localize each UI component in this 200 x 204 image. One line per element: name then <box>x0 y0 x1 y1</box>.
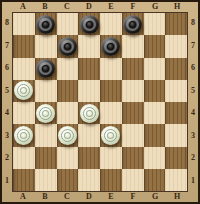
square-c8[interactable] <box>57 13 79 35</box>
corner-spacer <box>188 192 198 202</box>
square-c4[interactable] <box>57 102 79 124</box>
square-c1[interactable] <box>57 169 79 191</box>
file-label-f: F <box>122 192 144 202</box>
square-g7[interactable] <box>144 35 166 57</box>
square-d4[interactable] <box>78 102 100 124</box>
square-h4[interactable] <box>165 102 187 124</box>
rank-label-7: 7 <box>188 35 198 58</box>
square-g3[interactable] <box>144 124 166 146</box>
rank-labels-left: 87654321 <box>2 12 12 192</box>
board-middle: 87654321 87654321 <box>2 12 198 192</box>
square-f6[interactable] <box>122 58 144 80</box>
square-c7[interactable] <box>57 35 79 57</box>
square-b7[interactable] <box>35 35 57 57</box>
square-d8[interactable] <box>78 13 100 35</box>
white-man-piece[interactable] <box>101 126 120 145</box>
square-e5[interactable] <box>100 80 122 102</box>
square-h6[interactable] <box>165 58 187 80</box>
square-d3[interactable] <box>78 124 100 146</box>
square-h7[interactable] <box>165 35 187 57</box>
square-e3[interactable] <box>100 124 122 146</box>
square-d6[interactable] <box>78 58 100 80</box>
square-a2[interactable] <box>13 147 35 169</box>
corner-spacer <box>188 2 198 12</box>
square-g8[interactable] <box>144 13 166 35</box>
square-e7[interactable] <box>100 35 122 57</box>
rank-label-1: 1 <box>188 170 198 193</box>
rank-label-6: 6 <box>2 57 12 80</box>
square-g6[interactable] <box>144 58 166 80</box>
square-a8[interactable] <box>13 13 35 35</box>
square-b3[interactable] <box>35 124 57 146</box>
rank-label-2: 2 <box>188 147 198 170</box>
black-man-piece[interactable] <box>36 59 55 78</box>
file-label-d: D <box>78 192 100 202</box>
square-e2[interactable] <box>100 147 122 169</box>
white-man-piece[interactable] <box>80 104 99 123</box>
white-man-piece[interactable] <box>14 126 33 145</box>
rank-label-3: 3 <box>2 125 12 148</box>
rank-label-8: 8 <box>2 12 12 35</box>
file-label-e: E <box>100 192 122 202</box>
rank-label-5: 5 <box>2 80 12 103</box>
square-d7[interactable] <box>78 35 100 57</box>
checkers-board-frame: ABCDEFGH 87654321 87654321 ABCDEFGH <box>0 0 200 204</box>
file-label-a: A <box>12 192 34 202</box>
square-h3[interactable] <box>165 124 187 146</box>
square-f1[interactable] <box>122 169 144 191</box>
black-man-piece[interactable] <box>101 37 120 56</box>
rank-label-2: 2 <box>2 147 12 170</box>
rank-label-5: 5 <box>188 80 198 103</box>
white-man-piece[interactable] <box>58 126 77 145</box>
square-a7[interactable] <box>13 35 35 57</box>
square-b8[interactable] <box>35 13 57 35</box>
square-b5[interactable] <box>35 80 57 102</box>
square-a4[interactable] <box>13 102 35 124</box>
square-b1[interactable] <box>35 169 57 191</box>
square-b6[interactable] <box>35 58 57 80</box>
black-man-piece[interactable] <box>123 15 142 34</box>
square-c3[interactable] <box>57 124 79 146</box>
file-label-g: G <box>144 2 166 12</box>
square-b2[interactable] <box>35 147 57 169</box>
file-label-d: D <box>78 2 100 12</box>
white-man-piece[interactable] <box>36 104 55 123</box>
square-g1[interactable] <box>144 169 166 191</box>
file-label-h: H <box>166 2 188 12</box>
square-a5[interactable] <box>13 80 35 102</box>
file-label-a: A <box>12 2 34 12</box>
square-e4[interactable] <box>100 102 122 124</box>
square-f8[interactable] <box>122 13 144 35</box>
black-man-piece[interactable] <box>36 15 55 34</box>
file-label-c: C <box>56 2 78 12</box>
black-man-piece[interactable] <box>58 37 77 56</box>
square-f7[interactable] <box>122 35 144 57</box>
square-d1[interactable] <box>78 169 100 191</box>
square-g5[interactable] <box>144 80 166 102</box>
rank-labels-right: 87654321 <box>188 12 198 192</box>
rank-label-1: 1 <box>2 170 12 193</box>
square-h1[interactable] <box>165 169 187 191</box>
square-h8[interactable] <box>165 13 187 35</box>
square-c6[interactable] <box>57 58 79 80</box>
rank-label-4: 4 <box>2 102 12 125</box>
rank-label-4: 4 <box>188 102 198 125</box>
rank-label-3: 3 <box>188 125 198 148</box>
square-a1[interactable] <box>13 169 35 191</box>
square-f5[interactable] <box>122 80 144 102</box>
corner-spacer <box>2 192 12 202</box>
black-man-piece[interactable] <box>80 15 99 34</box>
file-label-g: G <box>144 192 166 202</box>
rank-label-8: 8 <box>188 12 198 35</box>
square-c5[interactable] <box>57 80 79 102</box>
file-label-e: E <box>100 2 122 12</box>
board-grid <box>12 12 188 192</box>
square-f4[interactable] <box>122 102 144 124</box>
square-d5[interactable] <box>78 80 100 102</box>
square-c2[interactable] <box>57 147 79 169</box>
file-label-b: B <box>34 2 56 12</box>
file-label-h: H <box>166 192 188 202</box>
file-labels-bottom: ABCDEFGH <box>2 192 198 202</box>
square-d2[interactable] <box>78 147 100 169</box>
white-man-piece[interactable] <box>14 81 33 100</box>
square-a3[interactable] <box>13 124 35 146</box>
square-g2[interactable] <box>144 147 166 169</box>
square-g4[interactable] <box>144 102 166 124</box>
file-labels-top: ABCDEFGH <box>2 2 198 12</box>
square-b4[interactable] <box>35 102 57 124</box>
square-h2[interactable] <box>165 147 187 169</box>
square-a6[interactable] <box>13 58 35 80</box>
square-f2[interactable] <box>122 147 144 169</box>
corner-spacer <box>2 2 12 12</box>
file-label-b: B <box>34 192 56 202</box>
file-label-c: C <box>56 192 78 202</box>
square-f3[interactable] <box>122 124 144 146</box>
square-e8[interactable] <box>100 13 122 35</box>
square-h5[interactable] <box>165 80 187 102</box>
square-e6[interactable] <box>100 58 122 80</box>
rank-label-7: 7 <box>2 35 12 58</box>
file-label-f: F <box>122 2 144 12</box>
rank-label-6: 6 <box>188 57 198 80</box>
square-e1[interactable] <box>100 169 122 191</box>
